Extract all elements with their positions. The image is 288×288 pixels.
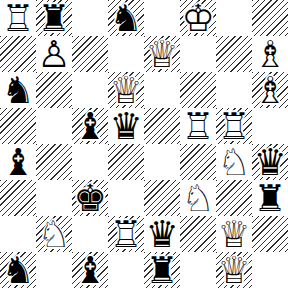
square-b8[interactable]: ♜♜ [36, 0, 72, 36]
square-e1[interactable]: ♜♜ [144, 252, 180, 288]
square-a5[interactable] [0, 108, 36, 144]
square-g1[interactable]: ♛♕ [216, 252, 252, 288]
piece-halo: ♜ [180, 108, 216, 144]
piece-halo: ♜ [108, 216, 144, 252]
square-c2[interactable] [72, 216, 108, 252]
piece-wQ-g2: ♕ [216, 216, 252, 252]
piece-halo: ♞ [108, 0, 144, 36]
piece-halo: ♛ [216, 216, 252, 252]
piece-wQ-e7: ♕ [144, 36, 180, 72]
square-c4[interactable] [72, 144, 108, 180]
square-g4[interactable]: ♞♘ [216, 144, 252, 180]
piece-bN-a1: ♞ [0, 252, 36, 288]
piece-bK-c3: ♚ [72, 180, 108, 216]
square-d1[interactable] [108, 252, 144, 288]
piece-bQ-d5: ♛ [108, 108, 144, 144]
piece-halo: ♛ [144, 36, 180, 72]
piece-halo: ♜ [0, 0, 36, 36]
piece-wB-h6: ♗ [252, 72, 288, 108]
square-c6[interactable] [72, 72, 108, 108]
square-g8[interactable] [216, 0, 252, 36]
square-c7[interactable] [72, 36, 108, 72]
square-f6[interactable] [180, 72, 216, 108]
piece-halo: ♜ [36, 0, 72, 36]
piece-halo: ♛ [216, 252, 252, 288]
square-c5[interactable]: ♝♝ [72, 108, 108, 144]
square-c3[interactable]: ♚♚ [72, 180, 108, 216]
piece-wK-f8: ♔ [180, 0, 216, 36]
square-e4[interactable] [144, 144, 180, 180]
piece-bB-c5: ♝ [72, 108, 108, 144]
piece-halo: ♝ [252, 72, 288, 108]
square-d8[interactable]: ♞♞ [108, 0, 144, 36]
square-a2[interactable] [0, 216, 36, 252]
piece-bN-d8: ♞ [108, 0, 144, 36]
piece-halo: ♜ [144, 252, 180, 288]
piece-halo: ♞ [0, 252, 36, 288]
piece-halo: ♞ [36, 216, 72, 252]
piece-halo: ♛ [108, 108, 144, 144]
square-h6[interactable]: ♝♗ [252, 72, 288, 108]
piece-wB-h7: ♗ [252, 36, 288, 72]
square-b4[interactable] [36, 144, 72, 180]
square-g2[interactable]: ♛♕ [216, 216, 252, 252]
square-g3[interactable] [216, 180, 252, 216]
square-d5[interactable]: ♛♛ [108, 108, 144, 144]
square-b2[interactable]: ♞♘ [36, 216, 72, 252]
piece-bR-b8: ♜ [36, 0, 72, 36]
square-a7[interactable] [0, 36, 36, 72]
square-e2[interactable]: ♛♛ [144, 216, 180, 252]
square-d4[interactable] [108, 144, 144, 180]
square-b3[interactable] [36, 180, 72, 216]
piece-wQ-g1: ♕ [216, 252, 252, 288]
piece-halo: ♞ [216, 144, 252, 180]
square-a3[interactable] [0, 180, 36, 216]
piece-halo: ♜ [216, 108, 252, 144]
piece-halo: ♞ [180, 180, 216, 216]
piece-halo: ♛ [108, 72, 144, 108]
square-e5[interactable] [144, 108, 180, 144]
square-f2[interactable] [180, 216, 216, 252]
piece-bR-h3: ♜ [252, 180, 288, 216]
square-c8[interactable] [72, 0, 108, 36]
square-g7[interactable] [216, 36, 252, 72]
piece-wR-f5: ♖ [180, 108, 216, 144]
piece-halo: ♝ [252, 36, 288, 72]
square-e8[interactable] [144, 0, 180, 36]
square-f1[interactable] [180, 252, 216, 288]
square-h4[interactable]: ♛♛ [252, 144, 288, 180]
square-d6[interactable]: ♛♕ [108, 72, 144, 108]
square-b1[interactable] [36, 252, 72, 288]
square-e7[interactable]: ♛♕ [144, 36, 180, 72]
piece-bN-a6: ♞ [0, 72, 36, 108]
piece-halo: ♛ [144, 216, 180, 252]
piece-bQ-h4: ♛ [252, 144, 288, 180]
square-f8[interactable]: ♚♔ [180, 0, 216, 36]
piece-wP-b7: ♙ [36, 36, 72, 72]
square-f7[interactable] [180, 36, 216, 72]
square-g6[interactable] [216, 72, 252, 108]
piece-halo: ♝ [0, 144, 36, 180]
piece-halo: ♜ [252, 180, 288, 216]
piece-halo: ♝ [72, 252, 108, 288]
piece-wN-g4: ♘ [216, 144, 252, 180]
square-c1[interactable]: ♝♝ [72, 252, 108, 288]
piece-wR-d2: ♖ [108, 216, 144, 252]
piece-wN-f3: ♘ [180, 180, 216, 216]
piece-halo: ♞ [0, 72, 36, 108]
square-h1[interactable] [252, 252, 288, 288]
piece-halo: ♚ [180, 0, 216, 36]
square-f3[interactable]: ♞♘ [180, 180, 216, 216]
square-a8[interactable]: ♜♖ [0, 0, 36, 36]
piece-halo: ♟ [36, 36, 72, 72]
square-e6[interactable] [144, 72, 180, 108]
square-h8[interactable] [252, 0, 288, 36]
square-d7[interactable] [108, 36, 144, 72]
square-f4[interactable] [180, 144, 216, 180]
square-g5[interactable]: ♜♖ [216, 108, 252, 144]
square-b7[interactable]: ♟♙ [36, 36, 72, 72]
square-h3[interactable]: ♜♜ [252, 180, 288, 216]
square-a4[interactable]: ♝♝ [0, 144, 36, 180]
piece-halo: ♝ [72, 108, 108, 144]
piece-bB-c1: ♝ [72, 252, 108, 288]
piece-wR-a8: ♖ [0, 0, 36, 36]
piece-bB-a4: ♝ [0, 144, 36, 180]
square-h5[interactable] [252, 108, 288, 144]
square-a6[interactable]: ♞♞ [0, 72, 36, 108]
piece-bR-e1: ♜ [144, 252, 180, 288]
square-d2[interactable]: ♜♖ [108, 216, 144, 252]
piece-wR-g5: ♖ [216, 108, 252, 144]
square-e3[interactable] [144, 180, 180, 216]
square-d3[interactable] [108, 180, 144, 216]
square-b5[interactable] [36, 108, 72, 144]
square-f5[interactable]: ♜♖ [180, 108, 216, 144]
piece-wN-b2: ♘ [36, 216, 72, 252]
square-h7[interactable]: ♝♗ [252, 36, 288, 72]
square-b6[interactable] [36, 72, 72, 108]
piece-wQ-d6: ♕ [108, 72, 144, 108]
piece-bQ-e2: ♛ [144, 216, 180, 252]
square-h2[interactable] [252, 216, 288, 252]
square-a1[interactable]: ♞♞ [0, 252, 36, 288]
piece-halo: ♛ [252, 144, 288, 180]
piece-halo: ♚ [72, 180, 108, 216]
chess-board: ♜♖♜♜♞♞♚♔♟♙♛♕♝♗♞♞♛♕♝♗♝♝♛♛♜♖♜♖♝♝♞♘♛♛♚♚♞♘♜♜… [0, 0, 288, 288]
